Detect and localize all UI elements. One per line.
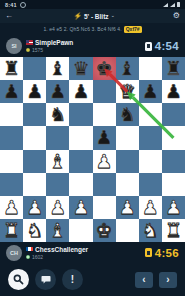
piece-black-rook[interactable]: ♜ [165, 59, 182, 78]
piece-black-king[interactable]: ♚ [96, 59, 113, 78]
square-a8[interactable]: ♜ [0, 57, 23, 80]
game-type-dropdown[interactable]: ⚡ 5' - Blitz ⌄ [19, 13, 170, 20]
square-h1[interactable]: ♜ [162, 219, 185, 242]
square-d1[interactable] [69, 219, 92, 242]
square-d6[interactable] [69, 103, 92, 126]
square-c4[interactable]: ♝ [46, 150, 69, 173]
back-icon[interactable]: ← [5, 12, 19, 20]
current-move-highlight[interactable]: Qxf7# [124, 26, 142, 33]
square-e5[interactable]: ♟ [93, 126, 116, 149]
square-e4[interactable]: ♟ [93, 150, 116, 173]
piece-white-pawn[interactable]: ♟ [3, 198, 20, 217]
app-screen: 8:41 ← ⚡ 5' - Blitz ⌄ ⚙ 1. e4 e5 2. Qh5 … [0, 0, 185, 296]
us-flag-icon [26, 40, 33, 45]
piece-black-pawn[interactable]: ♟ [96, 128, 113, 147]
chess-board[interactable]: ♜♝♛♚♝♜♟♟♟♟♛♟♟♞♞♟♝♟♟♟♟♟♟♟♟♜♞♝♚♞♜ [0, 57, 185, 242]
move-list[interactable]: 1. e4 e5 2. Qh5 Nc6 3. Bc4 Nf6 4. Qxf7# [0, 23, 185, 35]
piece-black-rook[interactable]: ♜ [3, 59, 20, 78]
square-e7[interactable] [93, 80, 116, 103]
move-list-text: 1. e4 e5 2. Qh5 Nc6 3. Bc4 Nf6 4. [43, 26, 121, 32]
piece-white-pawn[interactable]: ♟ [165, 198, 182, 217]
square-f2[interactable]: ♟ [116, 196, 139, 219]
piece-white-king[interactable]: ♚ [96, 221, 113, 240]
square-a2[interactable]: ♟ [0, 196, 23, 219]
piece-white-knight[interactable]: ♞ [142, 221, 159, 240]
square-b2[interactable]: ♟ [23, 196, 46, 219]
square-f6[interactable]: ♞ [116, 103, 139, 126]
square-b6[interactable] [23, 103, 46, 126]
piece-white-rook[interactable]: ♜ [165, 221, 182, 240]
square-g5[interactable] [139, 126, 162, 149]
square-f7[interactable]: ♛ [116, 80, 139, 103]
square-g2[interactable]: ♟ [139, 196, 162, 219]
player-row-bottom: CH ChessChallenger 1602 4:56 [0, 242, 185, 263]
square-e2[interactable] [93, 196, 116, 219]
square-h8[interactable]: ♜ [162, 57, 185, 80]
clock-time-top: 4:54 [155, 40, 179, 52]
blitz-bolt-icon: ⚡ [74, 13, 82, 20]
square-b8[interactable] [23, 57, 46, 80]
piece-black-knight[interactable]: ♞ [49, 105, 66, 124]
piece-white-knight[interactable]: ♞ [26, 221, 43, 240]
piece-white-bishop[interactable]: ♝ [49, 221, 66, 240]
square-a3[interactable] [0, 173, 23, 196]
piece-white-bishop[interactable]: ♝ [49, 152, 66, 171]
chat-button[interactable] [35, 269, 56, 290]
piece-black-knight[interactable]: ♞ [119, 105, 136, 124]
avatar[interactable]: SI [6, 38, 22, 54]
analysis-button[interactable] [8, 269, 29, 290]
battery-icon [177, 2, 180, 7]
square-c1[interactable]: ♝ [46, 219, 69, 242]
square-f3[interactable] [116, 173, 139, 196]
piece-black-bishop[interactable]: ♝ [49, 59, 66, 78]
square-a6[interactable] [0, 103, 23, 126]
square-f1[interactable] [116, 219, 139, 242]
chevron-down-icon: ⌄ [111, 13, 116, 19]
piece-black-pawn[interactable]: ♟ [3, 82, 20, 101]
square-b1[interactable]: ♞ [23, 219, 46, 242]
piece-white-pawn[interactable]: ♟ [119, 198, 136, 217]
app-bar: ← ⚡ 5' - Blitz ⌄ ⚙ [0, 9, 185, 23]
status-bar: 8:41 [0, 0, 185, 9]
bottom-toolbar: ! ‹ › [0, 263, 185, 296]
square-g1[interactable]: ♞ [139, 219, 162, 242]
square-a1[interactable]: ♜ [0, 219, 23, 242]
piece-black-pawn[interactable]: ♟ [165, 82, 182, 101]
square-c8[interactable]: ♝ [46, 57, 69, 80]
square-b3[interactable] [23, 173, 46, 196]
square-g3[interactable] [139, 173, 162, 196]
piece-white-queen[interactable]: ♛ [119, 82, 136, 101]
square-g7[interactable]: ♟ [139, 80, 162, 103]
square-a5[interactable] [0, 126, 23, 149]
square-h6[interactable] [162, 103, 185, 126]
clock-time-bottom: 4:56 [155, 247, 179, 259]
square-h7[interactable]: ♟ [162, 80, 185, 103]
square-a7[interactable]: ♟ [0, 80, 23, 103]
piece-white-pawn[interactable]: ♟ [72, 198, 89, 217]
piece-white-pawn[interactable]: ♟ [96, 152, 113, 171]
move-next-button[interactable]: › [159, 272, 177, 288]
square-g4[interactable] [139, 150, 162, 173]
piece-white-pawn[interactable]: ♟ [142, 198, 159, 217]
piece-black-pawn[interactable]: ♟ [72, 82, 89, 101]
notification-icon [20, 2, 26, 8]
piece-white-pawn[interactable]: ♟ [26, 198, 43, 217]
chat-bubble-icon [41, 275, 51, 285]
fr-flag-icon [26, 247, 33, 252]
square-d8[interactable]: ♛ [69, 57, 92, 80]
piece-white-pawn[interactable]: ♟ [49, 198, 66, 217]
square-f8[interactable]: ♝ [116, 57, 139, 80]
clock-bottom: 4:56 [145, 247, 179, 259]
game-type-title: 5' - Blitz [84, 13, 109, 20]
square-e1[interactable]: ♚ [93, 219, 116, 242]
square-b5[interactable] [23, 126, 46, 149]
square-e8[interactable]: ♚ [93, 57, 116, 80]
square-h5[interactable] [162, 126, 185, 149]
square-b7[interactable]: ♟ [23, 80, 46, 103]
square-d4[interactable] [69, 150, 92, 173]
wifi-icon [163, 3, 168, 7]
square-b4[interactable] [23, 150, 46, 173]
magnifier-icon [13, 274, 24, 285]
player-rating: 1602 [32, 254, 43, 260]
square-e3[interactable] [93, 173, 116, 196]
exclamation-icon: ! [71, 275, 74, 285]
piece-black-pawn[interactable]: ♟ [26, 82, 43, 101]
player-rating: 1575 [32, 47, 43, 53]
clock-icon [145, 248, 152, 257]
square-f5[interactable] [116, 126, 139, 149]
avatar[interactable]: CH [6, 245, 22, 261]
flair-icon [26, 255, 30, 259]
menu-button[interactable]: ! [62, 269, 83, 290]
square-c2[interactable]: ♟ [46, 196, 69, 219]
settings-gear-icon[interactable]: ⚙ [170, 12, 180, 20]
square-d3[interactable] [69, 173, 92, 196]
clock-icon [145, 42, 152, 51]
square-c5[interactable] [46, 126, 69, 149]
square-c3[interactable] [46, 173, 69, 196]
square-c7[interactable]: ♟ [46, 80, 69, 103]
square-d2[interactable]: ♟ [69, 196, 92, 219]
square-d5[interactable] [69, 126, 92, 149]
square-a4[interactable] [0, 150, 23, 173]
piece-black-queen[interactable]: ♛ [72, 59, 89, 78]
piece-white-rook[interactable]: ♜ [3, 221, 20, 240]
piece-black-pawn[interactable]: ♟ [49, 82, 66, 101]
signal-icon [170, 3, 175, 7]
square-h2[interactable]: ♟ [162, 196, 185, 219]
square-c6[interactable]: ♞ [46, 103, 69, 126]
clock-top: 4:54 [145, 40, 179, 52]
piece-black-pawn[interactable]: ♟ [142, 82, 159, 101]
status-time: 8:41 [5, 2, 17, 8]
square-e6[interactable] [93, 103, 116, 126]
player-name[interactable]: SimplePawn [35, 39, 73, 46]
player-row-top: SI SimplePawn 1575 4:54 [0, 35, 185, 57]
square-g8[interactable] [139, 57, 162, 80]
square-h3[interactable] [162, 173, 185, 196]
flair-icon [26, 48, 30, 52]
square-f4[interactable] [116, 150, 139, 173]
square-h4[interactable] [162, 150, 185, 173]
player-name[interactable]: ChessChallenger [35, 246, 88, 253]
piece-black-bishop[interactable]: ♝ [119, 59, 136, 78]
square-g6[interactable] [139, 103, 162, 126]
square-d7[interactable]: ♟ [69, 80, 92, 103]
move-prev-button[interactable]: ‹ [135, 272, 153, 288]
